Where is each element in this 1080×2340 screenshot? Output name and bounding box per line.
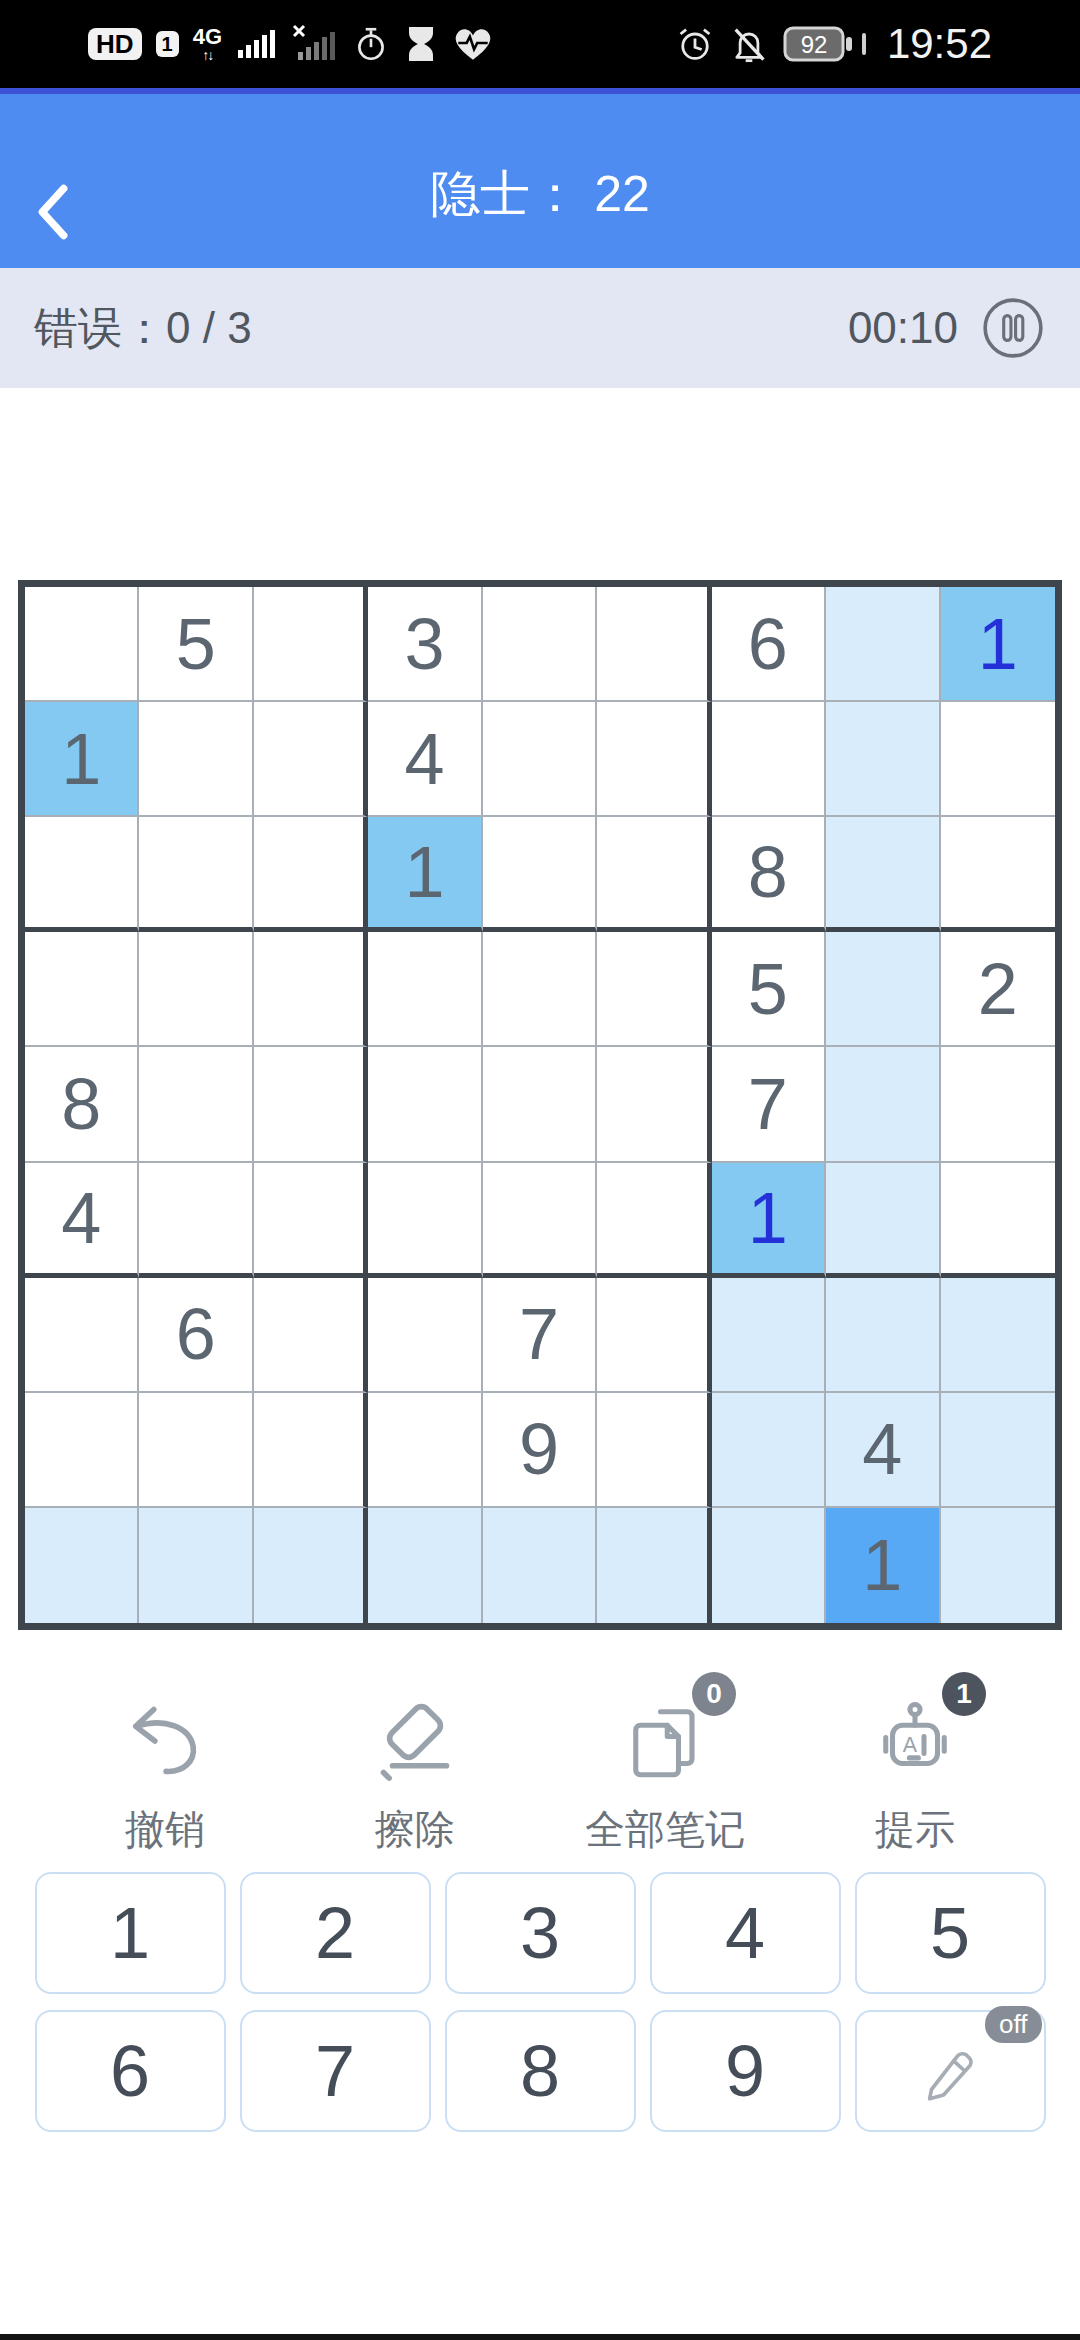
cell-r3c3[interactable] — [254, 817, 368, 932]
cell-r3c8[interactable] — [826, 817, 940, 932]
status-bar: HD 1 4G ↑↓ — [0, 0, 1080, 88]
signal-bars-icon — [236, 26, 278, 62]
cell-r4c2[interactable] — [139, 932, 253, 1047]
numpad-digit-4[interactable]: 4 — [650, 1872, 841, 1994]
cell-r9c7[interactable] — [712, 1508, 826, 1623]
all-notes-button[interactable]: 0 全部笔记 — [540, 1686, 790, 1857]
cell-r9c8[interactable]: 1 — [826, 1508, 940, 1623]
hint-badge: 1 — [942, 1672, 986, 1716]
cell-r2c9[interactable] — [941, 702, 1055, 817]
cell-r5c6[interactable] — [597, 1047, 711, 1162]
cell-r5c3[interactable] — [254, 1047, 368, 1162]
number-pad: 12345 6789 off — [0, 1872, 1080, 2148]
cell-r3c5[interactable] — [483, 817, 597, 932]
notes-badge: 0 — [692, 1672, 736, 1716]
cell-r5c2[interactable] — [139, 1047, 253, 1162]
cell-r9c4[interactable] — [368, 1508, 482, 1623]
signal2-muted-icon — [292, 24, 338, 64]
cell-r7c3[interactable] — [254, 1278, 368, 1393]
cell-r4c9[interactable]: 2 — [941, 932, 1055, 1047]
cell-r7c4[interactable] — [368, 1278, 482, 1393]
numpad-row-1: 12345 — [0, 1872, 1080, 1994]
cell-r8c6[interactable] — [597, 1393, 711, 1508]
numpad-digit-8[interactable]: 8 — [445, 2010, 636, 2132]
undo-button[interactable]: 撤销 — [40, 1686, 290, 1857]
alarm-clock-icon — [675, 24, 715, 64]
cell-r8c5[interactable]: 9 — [483, 1393, 597, 1508]
clock-time: 19:52 — [887, 20, 992, 68]
cell-r8c2[interactable] — [139, 1393, 253, 1508]
cell-r8c1[interactable] — [25, 1393, 139, 1508]
numpad-digit-3[interactable]: 3 — [445, 1872, 636, 1994]
cell-r4c7[interactable]: 5 — [712, 932, 826, 1047]
pause-button[interactable] — [980, 295, 1046, 361]
cell-r7c7[interactable] — [712, 1278, 826, 1393]
cell-r5c5[interactable] — [483, 1047, 597, 1162]
cell-r6c2[interactable] — [139, 1163, 253, 1278]
cell-r3c6[interactable] — [597, 817, 711, 932]
pencil-icon — [913, 2034, 987, 2108]
cell-r4c1[interactable] — [25, 932, 139, 1047]
cell-r3c9[interactable] — [941, 817, 1055, 932]
cell-r2c7[interactable] — [712, 702, 826, 817]
cell-r7c8[interactable] — [826, 1278, 940, 1393]
numpad-digit-5[interactable]: 5 — [855, 1872, 1046, 1994]
pencil-notes-button[interactable]: off — [855, 2010, 1046, 2132]
cell-r8c4[interactable] — [368, 1393, 482, 1508]
erase-button[interactable]: 擦除 — [290, 1686, 540, 1857]
cell-r9c2[interactable] — [139, 1508, 253, 1623]
cell-r5c4[interactable] — [368, 1047, 482, 1162]
numpad-digit-6[interactable]: 6 — [35, 2010, 226, 2132]
cell-r1c3[interactable] — [254, 587, 368, 702]
bell-off-icon — [729, 24, 769, 64]
cell-r4c8[interactable] — [826, 932, 940, 1047]
cell-r8c3[interactable] — [254, 1393, 368, 1508]
cell-r6c7[interactable]: 1 — [712, 1163, 826, 1278]
numpad-digit-2[interactable]: 2 — [240, 1872, 431, 1994]
cell-r3c1[interactable] — [25, 817, 139, 932]
sudoku-board: 5361141852874167941 — [18, 580, 1062, 1630]
eraser-icon — [370, 1686, 460, 1786]
hint-label: 提示 — [875, 1802, 955, 1857]
pause-icon — [1004, 316, 1011, 341]
erase-label: 擦除 — [375, 1802, 455, 1857]
battery-percent: 92 — [801, 31, 828, 58]
hd-volte-icon: HD — [88, 28, 142, 60]
cell-r2c1[interactable]: 1 — [25, 702, 139, 817]
hint-button[interactable]: A 1 提示 — [790, 1686, 1040, 1857]
cell-r7c6[interactable] — [597, 1278, 711, 1393]
cell-r2c5[interactable] — [483, 702, 597, 817]
cell-r3c2[interactable] — [139, 817, 253, 932]
svg-text:A: A — [903, 1733, 918, 1757]
cell-r9c9[interactable] — [941, 1508, 1055, 1623]
cell-r9c3[interactable] — [254, 1508, 368, 1623]
cell-r3c7[interactable]: 8 — [712, 817, 826, 932]
cell-r9c5[interactable] — [483, 1508, 597, 1623]
notes-icon: 0 — [620, 1686, 710, 1786]
cell-r1c6[interactable] — [597, 587, 711, 702]
cell-r1c2[interactable]: 5 — [139, 587, 253, 702]
cell-r6c3[interactable] — [254, 1163, 368, 1278]
cell-r5c9[interactable] — [941, 1047, 1055, 1162]
cell-r6c1[interactable]: 4 — [25, 1163, 139, 1278]
cell-r7c2[interactable]: 6 — [139, 1278, 253, 1393]
health-heart-icon — [452, 25, 494, 63]
cell-r6c8[interactable] — [826, 1163, 940, 1278]
battery-icon: 92 — [783, 24, 867, 64]
game-timer: 00:10 — [848, 303, 958, 353]
cell-r6c6[interactable] — [597, 1163, 711, 1278]
cell-r8c8[interactable]: 4 — [826, 1393, 940, 1508]
cell-r1c9[interactable]: 1 — [941, 587, 1055, 702]
screen-bottom-divider — [0, 2334, 1080, 2340]
cell-r2c8[interactable] — [826, 702, 940, 817]
cell-r8c7[interactable] — [712, 1393, 826, 1508]
cell-r2c4[interactable]: 4 — [368, 702, 482, 817]
network-4g-label: 4G ↑↓ — [193, 26, 222, 62]
cell-r5c1[interactable]: 8 — [25, 1047, 139, 1162]
toolbar: 撤销 擦除 0 全部笔记 — [0, 1686, 1080, 1857]
cell-r1c8[interactable] — [826, 587, 940, 702]
back-chevron-icon — [42, 189, 63, 236]
cell-r5c7[interactable]: 7 — [712, 1047, 826, 1162]
cell-r2c3[interactable] — [254, 702, 368, 817]
sim1-icon: 1 — [156, 31, 179, 57]
cell-r7c9[interactable] — [941, 1278, 1055, 1393]
cell-r2c2[interactable] — [139, 702, 253, 817]
numpad-digit-9[interactable]: 9 — [650, 2010, 841, 2132]
numpad-digit-7[interactable]: 7 — [240, 2010, 431, 2132]
undo-label: 撤销 — [125, 1802, 205, 1857]
errors-counter: 错误：0 / 3 — [34, 299, 252, 358]
page-title: 隐士： 22 — [430, 161, 650, 228]
cell-r2c6[interactable] — [597, 702, 711, 817]
stopwatch-icon — [352, 25, 390, 63]
cell-r9c6[interactable] — [597, 1508, 711, 1623]
back-button[interactable] — [30, 180, 76, 244]
cell-r1c7[interactable]: 6 — [712, 587, 826, 702]
all-notes-label: 全部笔记 — [585, 1802, 745, 1857]
cell-r6c5[interactable] — [483, 1163, 597, 1278]
cell-r4c5[interactable] — [483, 932, 597, 1047]
cell-r5c8[interactable] — [826, 1047, 940, 1162]
hint-robot-icon: A 1 — [870, 1686, 960, 1786]
cell-r6c4[interactable] — [368, 1163, 482, 1278]
app-header: 隐士： 22 — [0, 94, 1080, 268]
cell-r7c1[interactable] — [25, 1278, 139, 1393]
cell-r1c1[interactable] — [25, 587, 139, 702]
numpad-digit-1[interactable]: 1 — [35, 1872, 226, 1994]
cell-r4c3[interactable] — [254, 932, 368, 1047]
cell-r1c4[interactable]: 3 — [368, 587, 482, 702]
cell-r7c5[interactable]: 7 — [483, 1278, 597, 1393]
cell-r4c6[interactable] — [597, 932, 711, 1047]
undo-icon — [120, 1686, 210, 1786]
cell-r4c4[interactable] — [368, 932, 482, 1047]
cell-r6c9[interactable] — [941, 1163, 1055, 1278]
hourglass-icon — [404, 25, 438, 63]
pencil-off-badge: off — [985, 2006, 1041, 2043]
cell-r8c9[interactable] — [941, 1393, 1055, 1508]
cell-r1c5[interactable] — [483, 587, 597, 702]
numpad-row-2: 6789 off — [0, 2010, 1080, 2132]
cell-r9c1[interactable] — [25, 1508, 139, 1623]
cell-r3c4[interactable]: 1 — [368, 817, 482, 932]
game-status-bar: 错误：0 / 3 00:10 — [0, 268, 1080, 388]
